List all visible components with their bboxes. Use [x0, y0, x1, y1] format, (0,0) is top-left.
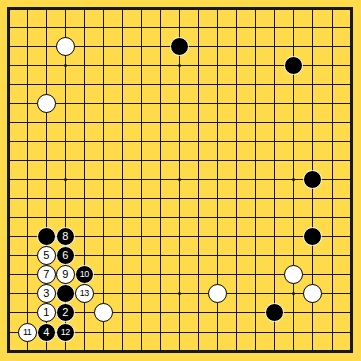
star-point: [64, 64, 67, 67]
grid-line-vertical: [274, 7, 275, 353]
stone-black-r7: [303, 227, 322, 246]
star-point: [178, 64, 181, 67]
stone-black-d6: 6: [56, 246, 75, 265]
move-number-label: 7: [43, 269, 49, 280]
stone-white-d5: 9: [56, 265, 75, 284]
stone-black-d3: 2: [56, 303, 75, 322]
move-number-label: 5: [43, 250, 49, 261]
star-point: [64, 178, 67, 181]
stone-black-c2: 4: [37, 323, 56, 342]
grid-line-vertical: [350, 7, 353, 353]
stone-black-e5: 10: [75, 265, 94, 284]
stone-black-d4: [56, 284, 75, 303]
stone-white-m4: [208, 284, 227, 303]
move-number-label: 12: [61, 328, 70, 337]
stone-white-c4: 3: [37, 284, 56, 303]
star-point: [178, 292, 181, 295]
stone-black-d7: 8: [56, 227, 75, 246]
stone-white-f3: [94, 303, 113, 322]
grid-line-vertical: [332, 7, 333, 353]
grid-line-horizontal: [7, 350, 353, 353]
stone-white-b2: 11: [18, 323, 37, 342]
stone-black-q16: [284, 56, 303, 75]
move-number-label: 8: [62, 231, 68, 242]
stone-black-k17: [170, 37, 189, 56]
go-diagram: 85679103131211412: [0, 0, 361, 361]
stone-black-d2: 12: [56, 323, 75, 342]
stone-white-c6: 5: [37, 246, 56, 265]
move-number-label: 3: [43, 288, 49, 299]
grid-line-vertical: [198, 7, 199, 353]
stone-white-d17: [56, 37, 75, 56]
move-number-label: 11: [23, 328, 31, 337]
stone-black-r10: [303, 170, 322, 189]
stone-white-c5: 7: [37, 265, 56, 284]
move-number-label: 2: [62, 307, 68, 318]
stone-white-c14: [37, 94, 56, 113]
move-number-label: 1: [43, 307, 49, 318]
move-number-label: 9: [62, 269, 68, 280]
stone-white-e4: 13: [75, 284, 94, 303]
grid-line-vertical: [255, 7, 256, 353]
move-number-label: 4: [43, 327, 49, 338]
star-point: [292, 292, 295, 295]
move-number-label: 6: [62, 250, 68, 261]
grid-line-vertical: [236, 7, 237, 353]
star-point: [292, 178, 295, 181]
move-number-label: 10: [80, 270, 89, 279]
stone-black-p3: [265, 303, 284, 322]
grid-line-horizontal: [7, 198, 353, 199]
go-board[interactable]: 85679103131211412: [0, 0, 361, 361]
stone-white-r4: [303, 284, 322, 303]
stone-white-c3: 1: [37, 303, 56, 322]
move-number-label: 13: [80, 289, 89, 298]
grid-line-horizontal: [7, 217, 353, 218]
star-point: [178, 178, 181, 181]
stone-black-c7: [37, 227, 56, 246]
stone-white-q5: [284, 265, 303, 284]
